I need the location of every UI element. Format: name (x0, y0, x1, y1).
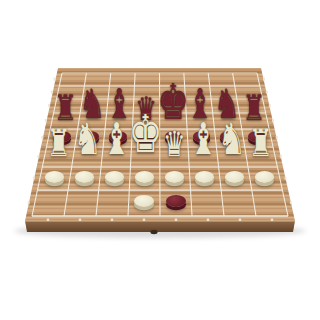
board-front-edge (25, 221, 295, 232)
clasp-latch (150, 230, 157, 234)
makruk-board (0, 0, 320, 320)
product-photo-makruk-set: ♜♞♝♛♚♝♞♜♜♞♝♚♛♝♞♜ (0, 0, 320, 320)
